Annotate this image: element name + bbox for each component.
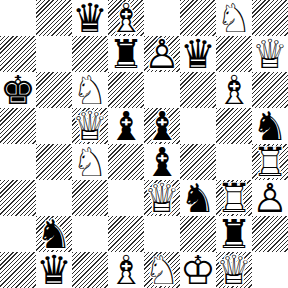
piece-halo: ♝ [144, 108, 180, 144]
square-c4[interactable]: ♞♘ [72, 144, 108, 180]
piece-halo: ♛ [180, 36, 216, 72]
piece-halo: ♛ [144, 180, 180, 216]
black-bishop-icon: ♝♝ [144, 108, 180, 144]
black-bishop-icon: ♝♝ [108, 108, 144, 144]
piece-glyph: ♕ [252, 36, 288, 72]
square-f4[interactable] [180, 144, 216, 180]
white-queen-icon: ♛♕ [144, 180, 180, 216]
square-h8[interactable] [252, 0, 288, 36]
piece-halo: ♚ [0, 72, 36, 108]
square-a1[interactable] [0, 252, 36, 288]
square-e2[interactable] [144, 216, 180, 252]
square-a5[interactable] [0, 108, 36, 144]
square-d5[interactable]: ♝♝ [108, 108, 144, 144]
piece-glyph: ♝ [108, 108, 144, 144]
square-c1[interactable] [72, 252, 108, 288]
square-f1[interactable]: ♚♔ [180, 252, 216, 288]
square-c3[interactable] [72, 180, 108, 216]
piece-halo: ♞ [216, 0, 252, 36]
piece-glyph: ♘ [216, 0, 252, 36]
square-f6[interactable] [180, 72, 216, 108]
white-bishop-icon: ♝♗ [108, 252, 144, 288]
piece-halo: ♟ [144, 36, 180, 72]
white-bishop-icon: ♝♗ [216, 72, 252, 108]
piece-glyph: ♕ [144, 180, 180, 216]
square-b5[interactable] [36, 108, 72, 144]
white-knight-icon: ♞♘ [144, 252, 180, 288]
piece-glyph: ♕ [216, 252, 252, 288]
white-king-icon: ♚♔ [180, 252, 216, 288]
square-e1[interactable]: ♞♘ [144, 252, 180, 288]
piece-glyph: ♕ [72, 108, 108, 144]
square-b3[interactable] [36, 180, 72, 216]
square-g8[interactable]: ♞♘ [216, 0, 252, 36]
black-knight-icon: ♞♞ [180, 180, 216, 216]
piece-glyph: ♗ [216, 72, 252, 108]
piece-halo: ♛ [72, 0, 108, 36]
piece-glyph: ♛ [180, 36, 216, 72]
square-h7[interactable]: ♛♕ [252, 36, 288, 72]
piece-glyph: ♞ [36, 216, 72, 252]
piece-glyph: ♞ [180, 180, 216, 216]
square-b7[interactable] [36, 36, 72, 72]
square-h4[interactable]: ♜♖ [252, 144, 288, 180]
piece-glyph: ♛ [36, 252, 72, 288]
piece-halo: ♜ [216, 180, 252, 216]
piece-halo: ♝ [216, 72, 252, 108]
white-knight-icon: ♞♘ [72, 144, 108, 180]
square-e5[interactable]: ♝♝ [144, 108, 180, 144]
piece-halo: ♛ [216, 252, 252, 288]
black-king-icon: ♚♚ [0, 72, 36, 108]
piece-glyph: ♗ [108, 252, 144, 288]
white-knight-icon: ♞♘ [216, 0, 252, 36]
piece-halo: ♞ [144, 252, 180, 288]
square-f3[interactable]: ♞♞ [180, 180, 216, 216]
piece-halo: ♝ [144, 144, 180, 180]
square-a4[interactable] [0, 144, 36, 180]
black-queen-icon: ♛♛ [36, 252, 72, 288]
piece-glyph: ♙ [252, 180, 288, 216]
piece-glyph: ♖ [252, 144, 288, 180]
piece-halo: ♛ [252, 36, 288, 72]
black-queen-icon: ♛♛ [180, 36, 216, 72]
white-queen-icon: ♛♕ [216, 252, 252, 288]
piece-glyph: ♘ [72, 72, 108, 108]
white-rook-icon: ♜♖ [216, 180, 252, 216]
piece-halo: ♜ [216, 216, 252, 252]
black-queen-icon: ♛♛ [72, 0, 108, 36]
piece-glyph: ♗ [108, 0, 144, 36]
square-e7[interactable]: ♟♙ [144, 36, 180, 72]
square-d1[interactable]: ♝♗ [108, 252, 144, 288]
square-h3[interactable]: ♟♙ [252, 180, 288, 216]
piece-halo: ♜ [108, 36, 144, 72]
piece-halo: ♚ [180, 252, 216, 288]
square-f7[interactable]: ♛♛ [180, 36, 216, 72]
piece-glyph: ♙ [144, 36, 180, 72]
piece-halo: ♞ [252, 108, 288, 144]
square-c5[interactable]: ♛♕ [72, 108, 108, 144]
square-g5[interactable] [216, 108, 252, 144]
piece-glyph: ♘ [144, 252, 180, 288]
square-b2[interactable]: ♞♞ [36, 216, 72, 252]
square-h5[interactable]: ♞♞ [252, 108, 288, 144]
piece-glyph: ♖ [216, 180, 252, 216]
square-c8[interactable]: ♛♛ [72, 0, 108, 36]
square-d4[interactable] [108, 144, 144, 180]
piece-halo: ♛ [36, 252, 72, 288]
square-g2[interactable]: ♜♜ [216, 216, 252, 252]
piece-glyph: ♚ [0, 72, 36, 108]
square-c2[interactable] [72, 216, 108, 252]
square-d6[interactable] [108, 72, 144, 108]
square-f8[interactable] [180, 0, 216, 36]
square-a3[interactable] [0, 180, 36, 216]
square-g1[interactable]: ♛♕ [216, 252, 252, 288]
piece-glyph: ♘ [72, 144, 108, 180]
piece-halo: ♛ [72, 108, 108, 144]
square-h1[interactable] [252, 252, 288, 288]
piece-glyph: ♜ [108, 36, 144, 72]
piece-glyph: ♝ [144, 108, 180, 144]
piece-halo: ♟ [252, 180, 288, 216]
square-e4[interactable]: ♝♝ [144, 144, 180, 180]
white-knight-icon: ♞♘ [72, 72, 108, 108]
square-a6[interactable]: ♚♚ [0, 72, 36, 108]
square-e6[interactable] [144, 72, 180, 108]
piece-halo: ♜ [252, 144, 288, 180]
square-d3[interactable] [108, 180, 144, 216]
square-d7[interactable]: ♜♜ [108, 36, 144, 72]
piece-halo: ♝ [108, 252, 144, 288]
black-knight-icon: ♞♞ [252, 108, 288, 144]
square-g4[interactable] [216, 144, 252, 180]
piece-glyph: ♜ [216, 216, 252, 252]
piece-halo: ♝ [108, 0, 144, 36]
square-a8[interactable] [0, 0, 36, 36]
square-b8[interactable] [36, 0, 72, 36]
square-e8[interactable] [144, 0, 180, 36]
white-queen-icon: ♛♕ [252, 36, 288, 72]
piece-halo: ♞ [180, 180, 216, 216]
piece-halo: ♞ [72, 144, 108, 180]
square-b6[interactable] [36, 72, 72, 108]
square-d2[interactable] [108, 216, 144, 252]
square-f2[interactable] [180, 216, 216, 252]
square-f5[interactable] [180, 108, 216, 144]
square-e3[interactable]: ♛♕ [144, 180, 180, 216]
square-c6[interactable]: ♞♘ [72, 72, 108, 108]
square-b4[interactable] [36, 144, 72, 180]
square-a2[interactable] [0, 216, 36, 252]
piece-glyph: ♛ [72, 0, 108, 36]
white-pawn-icon: ♟♙ [252, 180, 288, 216]
square-g7[interactable] [216, 36, 252, 72]
piece-glyph: ♔ [180, 252, 216, 288]
white-bishop-icon: ♝♗ [108, 0, 144, 36]
white-rook-icon: ♜♖ [252, 144, 288, 180]
square-d8[interactable]: ♝♗ [108, 0, 144, 36]
square-g6[interactable]: ♝♗ [216, 72, 252, 108]
square-g3[interactable]: ♜♖ [216, 180, 252, 216]
square-c7[interactable] [72, 36, 108, 72]
white-queen-icon: ♛♕ [72, 108, 108, 144]
piece-halo: ♝ [108, 108, 144, 144]
square-b1[interactable]: ♛♛ [36, 252, 72, 288]
square-h6[interactable] [252, 72, 288, 108]
black-knight-icon: ♞♞ [36, 216, 72, 252]
piece-glyph: ♝ [144, 144, 180, 180]
square-h2[interactable] [252, 216, 288, 252]
piece-glyph: ♞ [252, 108, 288, 144]
black-rook-icon: ♜♜ [216, 216, 252, 252]
black-rook-icon: ♜♜ [108, 36, 144, 72]
chess-board: ♛♛♝♗♞♘♜♜♟♙♛♛♛♕♚♚♞♘♝♗♛♕♝♝♝♝♞♞♞♘♝♝♜♖♛♕♞♞♜♖… [0, 0, 288, 288]
square-a7[interactable] [0, 36, 36, 72]
piece-halo: ♞ [72, 72, 108, 108]
white-pawn-icon: ♟♙ [144, 36, 180, 72]
piece-halo: ♞ [36, 216, 72, 252]
black-bishop-icon: ♝♝ [144, 144, 180, 180]
